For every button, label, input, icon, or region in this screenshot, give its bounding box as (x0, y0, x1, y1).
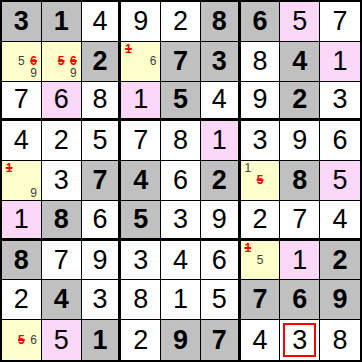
cell-r5c4[interactable]: 4 (121, 161, 161, 201)
cell-r4c4[interactable]: 7 (121, 121, 161, 161)
cell-r9c6[interactable]: 7 (201, 320, 241, 360)
cell-r8c1[interactable]: 2 (2, 280, 42, 320)
cell-r4c2[interactable]: 2 (42, 121, 82, 161)
cell-r8c9[interactable]: 9 (320, 280, 360, 320)
cell-r7c4[interactable]: 3 (121, 241, 161, 281)
cell-r8c6[interactable]: 5 (201, 280, 241, 320)
cell-r4c8[interactable]: 9 (280, 121, 320, 161)
cell-r3c7[interactable]: 9 (241, 82, 281, 122)
cell-r8c8[interactable]: 6 (280, 280, 320, 320)
cell-r5c9[interactable]: 5 (320, 161, 360, 201)
pencil-mark-5: 5 (254, 254, 266, 266)
cell-r3c6[interactable]: 4 (201, 82, 241, 122)
cell-r2c1[interactable]: 569 (2, 42, 42, 82)
cell-r6c7[interactable]: 2 (241, 201, 281, 241)
pencil-mark-1: 1 (242, 162, 254, 174)
cell-r1c2[interactable]: 1 (42, 2, 82, 42)
pencil-mark-5-struck: 5 (15, 334, 27, 346)
cell-r4c6[interactable]: 1 (201, 121, 241, 161)
cell-r7c2[interactable]: 7 (42, 241, 82, 281)
cell-r3c9[interactable]: 3 (320, 82, 360, 122)
sudoku-board: 3149286575695692167384176815492342578139… (0, 0, 362, 362)
cell-r8c2[interactable]: 4 (42, 280, 82, 320)
cell-r5c5[interactable]: 6 (161, 161, 201, 201)
cell-r9c2[interactable]: 5 (42, 320, 82, 360)
cell-r7c9[interactable]: 2 (320, 241, 360, 281)
cell-r4c7[interactable]: 3 (241, 121, 281, 161)
cell-r5c2[interactable]: 3 (42, 161, 82, 201)
cell-r6c8[interactable]: 7 (280, 201, 320, 241)
pencil-mark-6: 6 (147, 55, 159, 67)
cell-r2c7[interactable]: 8 (241, 42, 281, 82)
cell-r8c7[interactable]: 7 (241, 280, 281, 320)
cell-r8c5[interactable]: 1 (161, 280, 201, 320)
pencil-mark-9: 9 (67, 67, 79, 79)
pencil-mark-6-struck: 6 (67, 55, 79, 67)
pencil-mark-6: 6 (28, 334, 40, 346)
cell-r2c9[interactable]: 1 (320, 42, 360, 82)
cell-r1c1[interactable]: 3 (2, 2, 42, 42)
pencil-mark-5-struck: 5 (254, 174, 266, 186)
cell-r7c8[interactable]: 1 (280, 241, 320, 281)
cell-r1c9[interactable]: 7 (320, 2, 360, 42)
cell-r6c4[interactable]: 5 (121, 201, 161, 241)
cell-r9c8[interactable]: 3 (280, 320, 320, 360)
cell-r2c5[interactable]: 7 (161, 42, 201, 82)
cell-r9c4[interactable]: 2 (121, 320, 161, 360)
cell-r3c4[interactable]: 1 (121, 82, 161, 122)
cell-r1c8[interactable]: 5 (280, 2, 320, 42)
cell-r5c6[interactable]: 2 (201, 161, 241, 201)
cell-r1c6[interactable]: 8 (201, 2, 241, 42)
cell-r3c1[interactable]: 7 (2, 82, 42, 122)
pencil-mark-1-struck: 1 (122, 43, 134, 55)
cell-r4c5[interactable]: 8 (161, 121, 201, 161)
cell-r5c1[interactable]: 19 (2, 161, 42, 201)
cell-r2c6[interactable]: 3 (201, 42, 241, 82)
cell-r6c6[interactable]: 9 (201, 201, 241, 241)
pencil-mark-9: 9 (28, 187, 40, 199)
cell-r2c4[interactable]: 16 (121, 42, 161, 82)
cell-r9c9[interactable]: 8 (320, 320, 360, 360)
cell-r2c2[interactable]: 569 (42, 42, 82, 82)
cell-r7c5[interactable]: 4 (161, 241, 201, 281)
cell-r9c5[interactable]: 9 (161, 320, 201, 360)
cell-r3c3[interactable]: 8 (82, 82, 122, 122)
cell-r9c3[interactable]: 1 (82, 320, 122, 360)
cell-r7c7[interactable]: 15 (241, 241, 281, 281)
cell-r9c7[interactable]: 4 (241, 320, 281, 360)
cell-r2c3[interactable]: 2 (82, 42, 122, 82)
cell-r1c4[interactable]: 9 (121, 2, 161, 42)
cell-r1c7[interactable]: 6 (241, 2, 281, 42)
pencil-mark-5: 5 (15, 55, 27, 67)
cell-r5c8[interactable]: 8 (280, 161, 320, 201)
pencil-mark-9: 9 (28, 67, 40, 79)
pencil-mark-1-struck: 1 (242, 242, 254, 254)
cell-r1c3[interactable]: 4 (82, 2, 122, 42)
cell-r3c2[interactable]: 6 (42, 82, 82, 122)
cell-r8c3[interactable]: 3 (82, 280, 122, 320)
cell-r6c9[interactable]: 4 (320, 201, 360, 241)
cell-r4c9[interactable]: 6 (320, 121, 360, 161)
pencil-mark-1-struck: 1 (3, 162, 15, 174)
cell-r5c3[interactable]: 7 (82, 161, 122, 201)
cell-r1c5[interactable]: 2 (161, 2, 201, 42)
cell-r4c3[interactable]: 5 (82, 121, 122, 161)
cell-r7c3[interactable]: 9 (82, 241, 122, 281)
cell-r6c1[interactable]: 1 (2, 201, 42, 241)
cell-r9c1[interactable]: 56 (2, 320, 42, 360)
pencil-mark-6-struck: 6 (28, 55, 40, 67)
cell-r8c4[interactable]: 8 (121, 280, 161, 320)
pencil-mark-5-struck: 5 (55, 55, 67, 67)
cell-r7c6[interactable]: 6 (201, 241, 241, 281)
cell-r3c8[interactable]: 2 (280, 82, 320, 122)
cell-r5c7[interactable]: 15 (241, 161, 281, 201)
cell-r3c5[interactable]: 5 (161, 82, 201, 122)
cell-r6c5[interactable]: 3 (161, 201, 201, 241)
cell-r2c8[interactable]: 4 (280, 42, 320, 82)
cell-r7c1[interactable]: 8 (2, 241, 42, 281)
cell-r6c2[interactable]: 8 (42, 201, 82, 241)
cell-r6c3[interactable]: 6 (82, 201, 122, 241)
cell-r4c1[interactable]: 4 (2, 121, 42, 161)
